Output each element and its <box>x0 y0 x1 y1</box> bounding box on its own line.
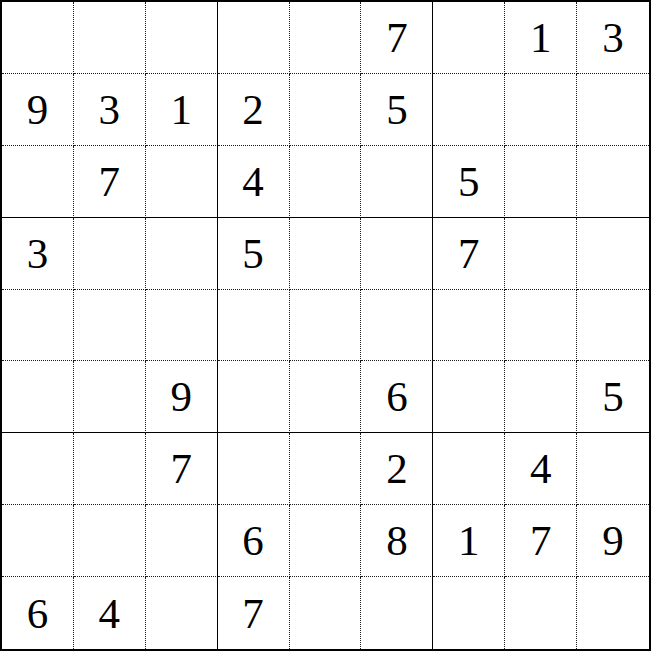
cell-r8c3[interactable] <box>146 505 218 577</box>
cell-r6c2[interactable] <box>74 361 146 433</box>
cell-r9c5[interactable] <box>290 577 362 649</box>
cell-r8c9[interactable]: 9 <box>577 505 649 577</box>
cell-r1c9[interactable]: 3 <box>577 2 649 74</box>
cell-r2c8[interactable] <box>505 74 577 146</box>
cell-r5c2[interactable] <box>74 290 146 362</box>
cell-r8c6[interactable]: 8 <box>361 505 433 577</box>
cell-r3c8[interactable] <box>505 146 577 218</box>
cell-r9c1[interactable]: 6 <box>2 577 74 649</box>
cell-r5c1[interactable] <box>2 290 74 362</box>
cell-r4c1[interactable]: 3 <box>2 218 74 290</box>
cell-r8c1[interactable] <box>2 505 74 577</box>
cell-r7c3[interactable]: 7 <box>146 433 218 505</box>
cell-r4c6[interactable] <box>361 218 433 290</box>
cell-r9c4[interactable]: 7 <box>218 577 290 649</box>
cell-r9c2[interactable]: 4 <box>74 577 146 649</box>
cell-r1c3[interactable] <box>146 2 218 74</box>
cell-r5c9[interactable] <box>577 290 649 362</box>
cell-r3c9[interactable] <box>577 146 649 218</box>
cell-r1c2[interactable] <box>74 2 146 74</box>
cell-r7c2[interactable] <box>74 433 146 505</box>
cell-r6c9[interactable]: 5 <box>577 361 649 433</box>
cell-r3c3[interactable] <box>146 146 218 218</box>
cell-r2c1[interactable]: 9 <box>2 74 74 146</box>
cell-r9c3[interactable] <box>146 577 218 649</box>
cell-r6c4[interactable] <box>218 361 290 433</box>
cell-r1c1[interactable] <box>2 2 74 74</box>
cell-r8c7[interactable]: 1 <box>433 505 505 577</box>
cell-r6c3[interactable]: 9 <box>146 361 218 433</box>
cell-r6c1[interactable] <box>2 361 74 433</box>
cell-r9c7[interactable] <box>433 577 505 649</box>
cell-r9c9[interactable] <box>577 577 649 649</box>
cell-r4c7[interactable]: 7 <box>433 218 505 290</box>
cell-r4c4[interactable]: 5 <box>218 218 290 290</box>
cell-r7c6[interactable]: 2 <box>361 433 433 505</box>
cell-r1c4[interactable] <box>218 2 290 74</box>
cell-r7c9[interactable] <box>577 433 649 505</box>
cell-r8c5[interactable] <box>290 505 362 577</box>
sudoku-board: 7139312574535796572468179647 <box>0 0 651 651</box>
cell-r2c3[interactable]: 1 <box>146 74 218 146</box>
cell-r3c1[interactable] <box>2 146 74 218</box>
cell-r2c9[interactable] <box>577 74 649 146</box>
cell-r1c5[interactable] <box>290 2 362 74</box>
cell-r3c2[interactable]: 7 <box>74 146 146 218</box>
cell-r6c8[interactable] <box>505 361 577 433</box>
cell-r2c4[interactable]: 2 <box>218 74 290 146</box>
cell-r4c8[interactable] <box>505 218 577 290</box>
cell-r3c7[interactable]: 5 <box>433 146 505 218</box>
cell-r2c7[interactable] <box>433 74 505 146</box>
cell-r4c9[interactable] <box>577 218 649 290</box>
cell-r4c3[interactable] <box>146 218 218 290</box>
cell-r9c8[interactable] <box>505 577 577 649</box>
cell-r3c5[interactable] <box>290 146 362 218</box>
cell-r7c7[interactable] <box>433 433 505 505</box>
cell-r7c1[interactable] <box>2 433 74 505</box>
cell-r9c6[interactable] <box>361 577 433 649</box>
cell-r2c6[interactable]: 5 <box>361 74 433 146</box>
cell-r6c6[interactable]: 6 <box>361 361 433 433</box>
cell-r5c4[interactable] <box>218 290 290 362</box>
cell-r1c6[interactable]: 7 <box>361 2 433 74</box>
cell-r8c2[interactable] <box>74 505 146 577</box>
cell-r2c2[interactable]: 3 <box>74 74 146 146</box>
cell-r5c3[interactable] <box>146 290 218 362</box>
cell-r5c6[interactable] <box>361 290 433 362</box>
cell-r2c5[interactable] <box>290 74 362 146</box>
cell-r6c7[interactable] <box>433 361 505 433</box>
cell-r4c2[interactable] <box>74 218 146 290</box>
cell-r7c5[interactable] <box>290 433 362 505</box>
cell-r3c6[interactable] <box>361 146 433 218</box>
cell-r1c7[interactable] <box>433 2 505 74</box>
cell-r7c8[interactable]: 4 <box>505 433 577 505</box>
cell-r3c4[interactable]: 4 <box>218 146 290 218</box>
cell-r5c8[interactable] <box>505 290 577 362</box>
cell-r7c4[interactable] <box>218 433 290 505</box>
cell-r5c7[interactable] <box>433 290 505 362</box>
cell-r8c8[interactable]: 7 <box>505 505 577 577</box>
cell-r1c8[interactable]: 1 <box>505 2 577 74</box>
cell-r6c5[interactable] <box>290 361 362 433</box>
cell-r4c5[interactable] <box>290 218 362 290</box>
cell-r8c4[interactable]: 6 <box>218 505 290 577</box>
cell-r5c5[interactable] <box>290 290 362 362</box>
